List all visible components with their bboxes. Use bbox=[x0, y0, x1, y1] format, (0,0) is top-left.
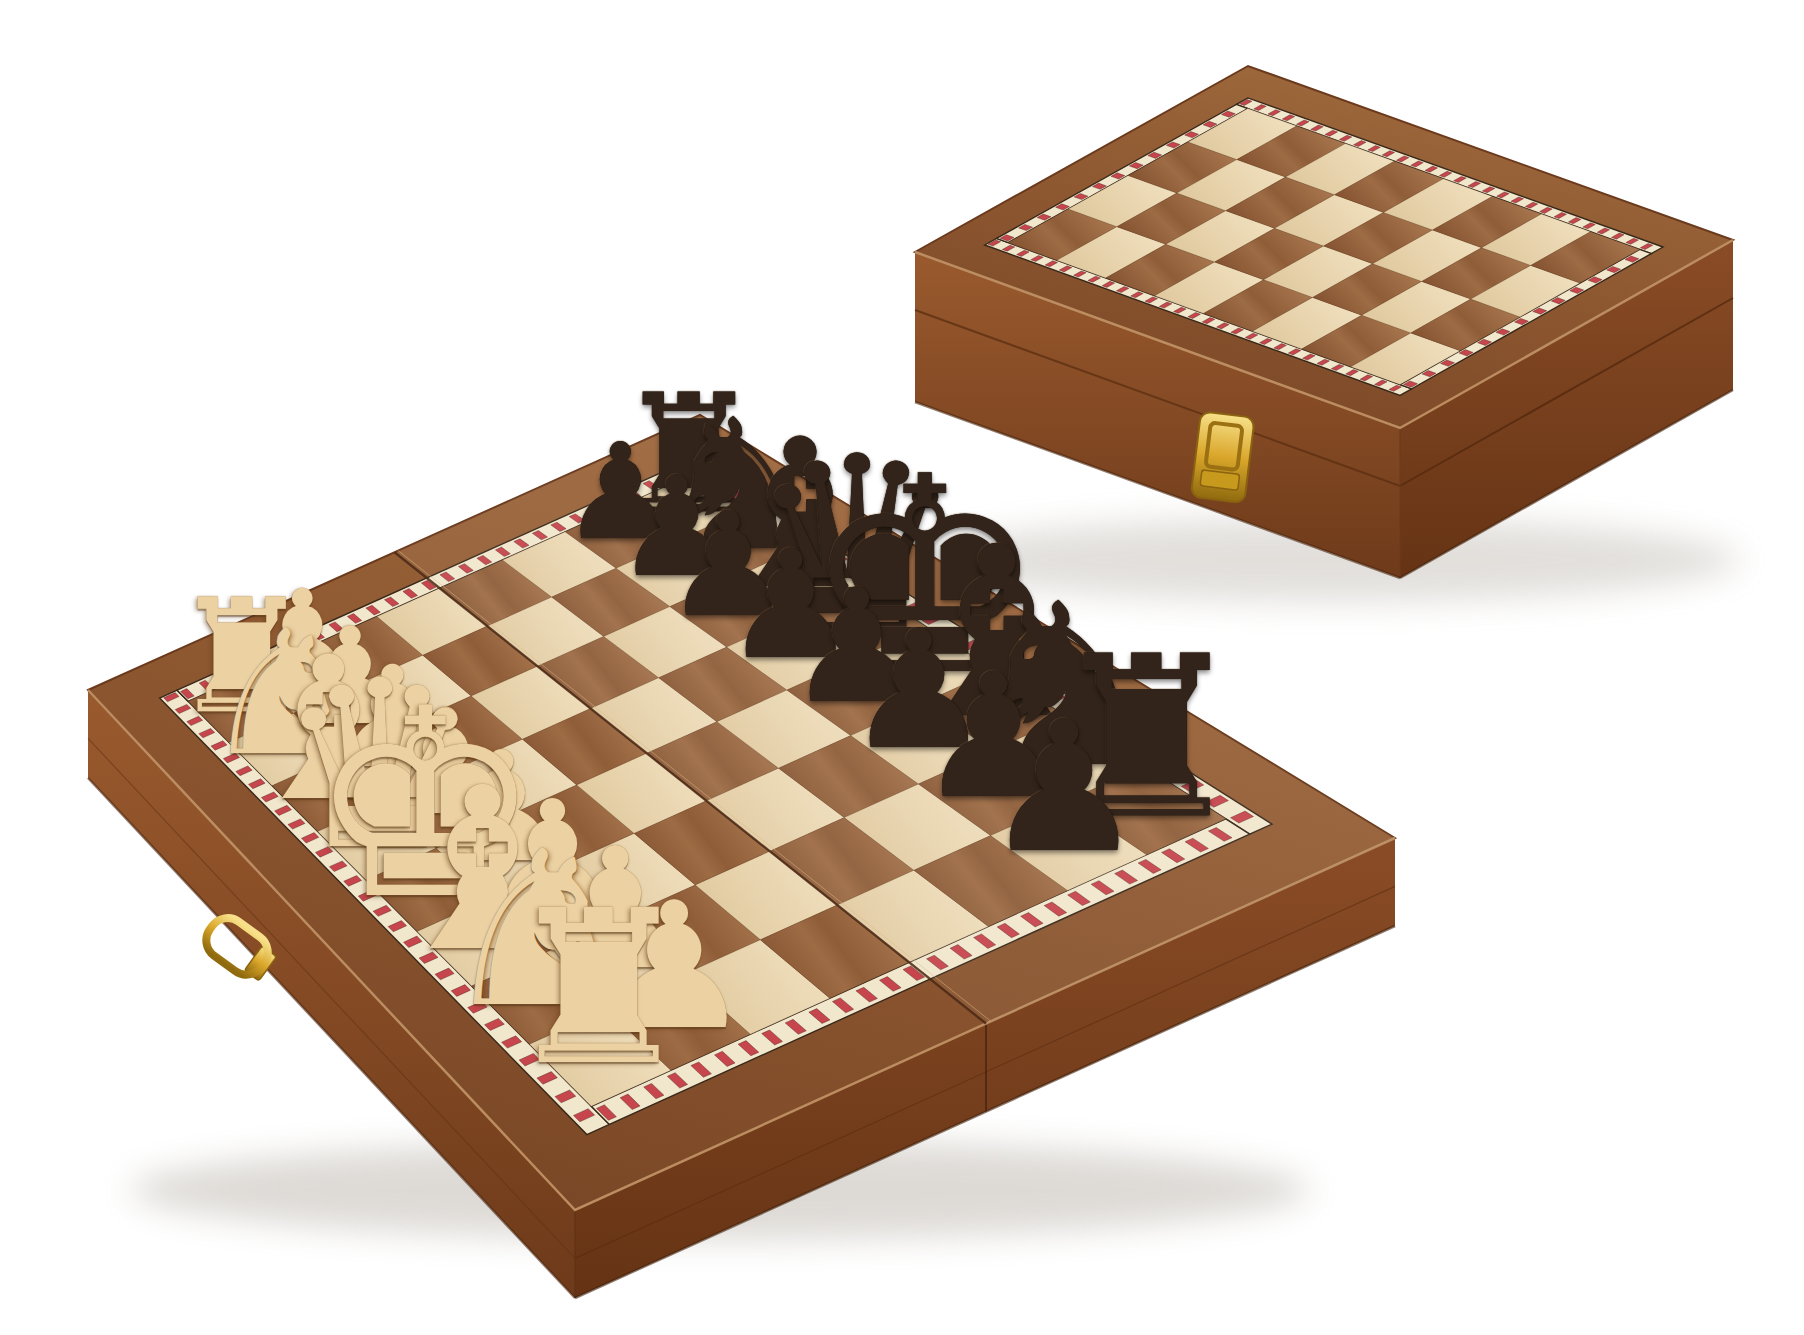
box-gold-clasp bbox=[1191, 411, 1255, 503]
chess-set-product-photo: ♜♞♝♛♚♝♞♜♟♟♟♟♟♟♟♟♟♟♟♟♟♟♟♟♜♞♝♛♚♝♞♜ bbox=[0, 0, 1804, 1335]
piece-black-pawn-h7[interactable]: ♟ bbox=[983, 697, 1145, 878]
piece-white-rook-h1[interactable]: ♜ bbox=[504, 882, 695, 1095]
